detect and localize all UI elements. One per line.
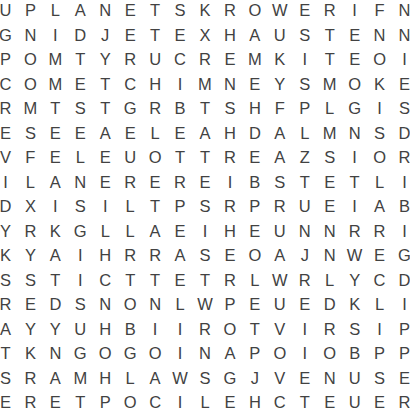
grid-cell[interactable]: D [68, 23, 93, 48]
grid-cell[interactable]: E [217, 47, 242, 72]
grid-cell[interactable]: S [68, 96, 93, 121]
grid-cell[interactable]: L [18, 170, 43, 195]
grid-cell[interactable]: M [68, 366, 93, 391]
grid-cell[interactable]: W [267, 0, 292, 23]
grid-cell[interactable]: K [367, 72, 392, 97]
grid-cell[interactable]: I [392, 47, 410, 72]
grid-cell[interactable]: O [217, 317, 242, 342]
grid-cell[interactable]: T [93, 96, 118, 121]
grid-cell[interactable]: E [68, 121, 93, 146]
grid-cell[interactable]: C [93, 268, 118, 293]
grid-cell[interactable]: S [68, 292, 93, 317]
grid-cell[interactable]: L [118, 366, 143, 391]
grid-cell[interactable]: E [242, 72, 267, 97]
grid-cell[interactable]: E [292, 292, 317, 317]
grid-cell[interactable]: A [68, 0, 93, 23]
grid-cell[interactable]: E [118, 0, 143, 23]
grid-cell[interactable]: U [267, 292, 292, 317]
grid-cell[interactable]: A [217, 341, 242, 366]
grid-cell[interactable]: T [68, 390, 93, 411]
grid-cell[interactable]: M [317, 72, 342, 97]
grid-cell[interactable]: S [267, 170, 292, 195]
grid-cell[interactable]: E [217, 390, 242, 411]
grid-cell[interactable]: C [367, 268, 392, 293]
grid-cell[interactable]: O [342, 72, 367, 97]
grid-cell[interactable]: A [267, 243, 292, 268]
grid-cell[interactable]: U [267, 219, 292, 244]
grid-cell[interactable]: E [118, 23, 143, 48]
grid-cell[interactable]: L [317, 268, 342, 293]
grid-cell[interactable]: N [342, 121, 367, 146]
grid-cell[interactable]: R [342, 219, 367, 244]
grid-cell[interactable]: B [392, 194, 410, 219]
grid-cell[interactable]: T [68, 47, 93, 72]
grid-cell[interactable]: B [118, 317, 143, 342]
grid-cell[interactable]: T [242, 317, 267, 342]
grid-cell[interactable]: X [18, 194, 43, 219]
grid-cell[interactable]: N [93, 292, 118, 317]
grid-cell[interactable]: T [143, 23, 168, 48]
grid-cell[interactable]: H [217, 23, 242, 48]
grid-cell[interactable]: E [93, 145, 118, 170]
grid-cell[interactable]: C [118, 72, 143, 97]
grid-cell[interactable]: N [392, 23, 410, 48]
grid-cell[interactable]: L [43, 0, 68, 23]
grid-cell[interactable]: W [342, 243, 367, 268]
grid-cell[interactable]: I [392, 170, 410, 195]
grid-cell[interactable]: C [168, 47, 193, 72]
grid-cell[interactable]: R [118, 170, 143, 195]
grid-cell[interactable]: K [18, 341, 43, 366]
grid-cell[interactable]: J [242, 366, 267, 391]
grid-cell[interactable]: I [168, 317, 193, 342]
grid-cell[interactable]: C [143, 390, 168, 411]
grid-cell[interactable]: V [267, 366, 292, 391]
grid-cell[interactable]: G [68, 219, 93, 244]
grid-cell[interactable]: E [0, 121, 18, 146]
grid-cell[interactable]: U [342, 390, 367, 411]
grid-cell[interactable]: G [342, 96, 367, 121]
grid-cell[interactable]: P [392, 317, 410, 342]
grid-cell[interactable]: E [18, 292, 43, 317]
grid-cell[interactable]: T [193, 268, 218, 293]
grid-cell[interactable]: D [0, 194, 18, 219]
grid-cell[interactable]: S [292, 72, 317, 97]
grid-cell[interactable]: H [93, 366, 118, 391]
grid-cell[interactable]: O [143, 341, 168, 366]
grid-cell[interactable]: L [367, 170, 392, 195]
grid-cell[interactable]: A [193, 121, 218, 146]
grid-cell[interactable]: L [118, 194, 143, 219]
grid-cell[interactable]: N [367, 23, 392, 48]
grid-cell[interactable]: U [292, 194, 317, 219]
grid-cell[interactable]: N [18, 23, 43, 48]
grid-cell[interactable]: E [43, 121, 68, 146]
grid-cell[interactable]: O [93, 341, 118, 366]
grid-cell[interactable]: H [242, 390, 267, 411]
grid-cell[interactable]: N [392, 0, 410, 23]
grid-cell[interactable]: X [193, 23, 218, 48]
grid-cell[interactable]: L [292, 121, 317, 146]
grid-cell[interactable]: T [118, 268, 143, 293]
grid-cell[interactable]: L [118, 219, 143, 244]
grid-cell[interactable]: R [317, 317, 342, 342]
grid-cell[interactable]: O [242, 243, 267, 268]
grid-cell[interactable]: S [193, 366, 218, 391]
grid-cell[interactable]: L [68, 145, 93, 170]
grid-cell[interactable]: E [342, 23, 367, 48]
grid-cell[interactable]: O [143, 145, 168, 170]
grid-cell[interactable]: N [317, 219, 342, 244]
grid-cell[interactable]: Y [267, 72, 292, 97]
grid-cell[interactable]: E [43, 145, 68, 170]
grid-cell[interactable]: K [0, 243, 18, 268]
grid-cell[interactable]: T [317, 47, 342, 72]
grid-cell[interactable]: P [242, 194, 267, 219]
grid-cell[interactable]: M [43, 47, 68, 72]
grid-cell[interactable]: O [118, 390, 143, 411]
grid-cell[interactable]: O [367, 47, 392, 72]
grid-cell[interactable]: L [367, 292, 392, 317]
grid-cell[interactable]: E [242, 145, 267, 170]
grid-cell[interactable]: A [93, 121, 118, 146]
grid-cell[interactable]: S [342, 317, 367, 342]
grid-cell[interactable]: A [242, 23, 267, 48]
grid-cell[interactable]: U [267, 23, 292, 48]
grid-cell[interactable]: E [143, 170, 168, 195]
grid-cell[interactable]: E [292, 366, 317, 391]
grid-cell[interactable]: E [193, 170, 218, 195]
grid-cell[interactable]: R [392, 390, 410, 411]
grid-cell[interactable]: N [317, 366, 342, 391]
grid-cell[interactable]: U [118, 145, 143, 170]
grid-cell[interactable]: E [43, 390, 68, 411]
grid-cell[interactable]: P [392, 341, 410, 366]
grid-cell[interactable]: E [168, 23, 193, 48]
grid-cell[interactable]: R [217, 145, 242, 170]
grid-cell[interactable]: R [292, 268, 317, 293]
grid-cell[interactable]: K [193, 0, 218, 23]
grid-cell[interactable]: R [18, 219, 43, 244]
grid-cell[interactable]: N [93, 0, 118, 23]
grid-cell[interactable]: T [292, 170, 317, 195]
grid-cell[interactable]: L [242, 268, 267, 293]
grid-cell[interactable]: G [392, 243, 410, 268]
grid-cell[interactable]: O [367, 145, 392, 170]
grid-cell[interactable]: H [242, 96, 267, 121]
grid-cell[interactable]: D [392, 121, 410, 146]
grid-cell[interactable]: W [193, 292, 218, 317]
grid-cell[interactable]: H [93, 317, 118, 342]
grid-cell[interactable]: D [392, 268, 410, 293]
grid-cell[interactable]: I [168, 72, 193, 97]
grid-cell[interactable]: R [143, 243, 168, 268]
grid-cell[interactable]: I [367, 317, 392, 342]
grid-cell[interactable]: B [342, 341, 367, 366]
grid-cell[interactable]: S [168, 0, 193, 23]
grid-cell[interactable]: T [143, 0, 168, 23]
grid-cell[interactable]: T [43, 96, 68, 121]
grid-cell[interactable]: R [217, 268, 242, 293]
grid-cell[interactable]: P [168, 194, 193, 219]
grid-cell[interactable]: T [317, 23, 342, 48]
grid-cell[interactable]: R [367, 219, 392, 244]
grid-cell[interactable]: F [367, 0, 392, 23]
grid-cell[interactable]: E [242, 219, 267, 244]
grid-cell[interactable]: I [93, 194, 118, 219]
grid-cell[interactable]: K [267, 47, 292, 72]
grid-cell[interactable]: S [367, 121, 392, 146]
grid-cell[interactable]: N [43, 341, 68, 366]
grid-cell[interactable]: S [0, 366, 18, 391]
grid-cell[interactable]: I [193, 219, 218, 244]
grid-cell[interactable]: I [43, 194, 68, 219]
grid-cell[interactable]: E [68, 72, 93, 97]
grid-cell[interactable]: R [317, 0, 342, 23]
grid-cell[interactable]: I [392, 292, 410, 317]
grid-cell[interactable]: Y [18, 317, 43, 342]
grid-cell[interactable]: Y [93, 47, 118, 72]
grid-cell[interactable]: S [0, 268, 18, 293]
grid-cell[interactable]: E [317, 194, 342, 219]
grid-cell[interactable]: I [342, 145, 367, 170]
grid-cell[interactable]: O [18, 47, 43, 72]
grid-cell[interactable]: R [143, 96, 168, 121]
grid-cell[interactable]: F [18, 145, 43, 170]
grid-cell[interactable]: S [193, 194, 218, 219]
grid-cell[interactable]: I [143, 317, 168, 342]
grid-cell[interactable]: P [217, 292, 242, 317]
grid-cell[interactable]: L [143, 121, 168, 146]
grid-cell[interactable]: K [43, 219, 68, 244]
grid-cell[interactable]: C [267, 390, 292, 411]
grid-cell[interactable]: G [217, 366, 242, 391]
grid-cell[interactable]: E [118, 121, 143, 146]
grid-cell[interactable]: Y [342, 268, 367, 293]
grid-cell[interactable]: B [168, 96, 193, 121]
grid-cell[interactable]: E [168, 219, 193, 244]
grid-cell[interactable]: I [68, 268, 93, 293]
grid-cell[interactable]: O [18, 72, 43, 97]
grid-cell[interactable]: I [68, 243, 93, 268]
grid-cell[interactable]: E [317, 390, 342, 411]
grid-cell[interactable]: A [43, 243, 68, 268]
grid-cell[interactable]: S [68, 194, 93, 219]
grid-cell[interactable]: E [168, 268, 193, 293]
grid-cell[interactable]: E [342, 47, 367, 72]
grid-cell[interactable]: C [0, 72, 18, 97]
grid-cell[interactable]: R [18, 366, 43, 391]
grid-cell[interactable]: D [242, 121, 267, 146]
grid-cell[interactable]: P [292, 96, 317, 121]
grid-cell[interactable]: T [0, 341, 18, 366]
grid-cell[interactable]: J [93, 23, 118, 48]
grid-cell[interactable]: E [0, 390, 18, 411]
grid-cell[interactable]: A [267, 145, 292, 170]
grid-cell[interactable]: E [93, 170, 118, 195]
grid-cell[interactable]: H [217, 219, 242, 244]
grid-cell[interactable]: G [0, 23, 18, 48]
grid-cell[interactable]: M [193, 72, 218, 97]
grid-cell[interactable]: P [0, 47, 18, 72]
grid-cell[interactable]: H [143, 72, 168, 97]
grid-cell[interactable]: H [93, 243, 118, 268]
grid-cell[interactable]: E [292, 0, 317, 23]
grid-cell[interactable]: Y [43, 317, 68, 342]
grid-cell[interactable]: U [342, 366, 367, 391]
grid-cell[interactable]: N [292, 219, 317, 244]
grid-cell[interactable]: E [242, 292, 267, 317]
grid-cell[interactable]: D [317, 292, 342, 317]
grid-cell[interactable]: W [267, 268, 292, 293]
grid-cell[interactable]: O [118, 292, 143, 317]
grid-cell[interactable]: U [0, 0, 18, 23]
grid-cell[interactable]: S [317, 145, 342, 170]
grid-cell[interactable]: R [267, 194, 292, 219]
grid-cell[interactable]: N [317, 243, 342, 268]
grid-cell[interactable]: R [193, 47, 218, 72]
grid-cell[interactable]: S [18, 121, 43, 146]
grid-cell[interactable]: E [317, 170, 342, 195]
grid-cell[interactable]: E [392, 72, 410, 97]
grid-cell[interactable]: M [43, 72, 68, 97]
grid-cell[interactable]: K [342, 292, 367, 317]
grid-cell[interactable]: M [18, 96, 43, 121]
grid-cell[interactable]: Y [0, 219, 18, 244]
grid-cell[interactable]: R [118, 47, 143, 72]
grid-cell[interactable]: E [168, 121, 193, 146]
grid-cell[interactable]: I [292, 341, 317, 366]
grid-cell[interactable]: N [193, 341, 218, 366]
grid-cell[interactable]: L [193, 390, 218, 411]
grid-cell[interactable]: I [168, 341, 193, 366]
grid-cell[interactable]: P [18, 0, 43, 23]
grid-cell[interactable]: S [217, 96, 242, 121]
grid-cell[interactable]: R [392, 145, 410, 170]
grid-cell[interactable]: B [242, 170, 267, 195]
grid-cell[interactable]: R [118, 243, 143, 268]
grid-cell[interactable]: R [217, 0, 242, 23]
grid-cell[interactable]: I [0, 170, 18, 195]
grid-cell[interactable]: L [93, 219, 118, 244]
grid-cell[interactable]: E [392, 366, 410, 391]
grid-cell[interactable]: P [93, 390, 118, 411]
grid-cell[interactable]: A [43, 170, 68, 195]
grid-cell[interactable]: E [217, 243, 242, 268]
grid-cell[interactable]: M [242, 47, 267, 72]
grid-cell[interactable]: A [143, 366, 168, 391]
grid-cell[interactable]: F [267, 96, 292, 121]
grid-cell[interactable]: T [93, 72, 118, 97]
grid-cell[interactable]: S [292, 23, 317, 48]
grid-cell[interactable]: T [143, 194, 168, 219]
grid-cell[interactable]: I [168, 390, 193, 411]
grid-cell[interactable]: L [168, 292, 193, 317]
grid-cell[interactable]: O [267, 341, 292, 366]
grid-cell[interactable]: N [68, 170, 93, 195]
grid-cell[interactable]: U [68, 317, 93, 342]
grid-cell[interactable]: J [292, 243, 317, 268]
grid-cell[interactable]: S [392, 96, 410, 121]
grid-cell[interactable]: P [242, 341, 267, 366]
grid-cell[interactable]: A [143, 219, 168, 244]
grid-cell[interactable]: I [292, 47, 317, 72]
grid-cell[interactable]: W [168, 366, 193, 391]
grid-cell[interactable]: V [0, 145, 18, 170]
grid-cell[interactable]: T [193, 145, 218, 170]
grid-cell[interactable]: I [292, 317, 317, 342]
grid-cell[interactable]: I [392, 219, 410, 244]
grid-cell[interactable]: G [68, 341, 93, 366]
grid-cell[interactable]: O [317, 341, 342, 366]
grid-cell[interactable]: T [143, 268, 168, 293]
grid-cell[interactable]: N [217, 72, 242, 97]
grid-cell[interactable]: R [0, 292, 18, 317]
grid-cell[interactable]: I [342, 194, 367, 219]
grid-cell[interactable]: R [18, 390, 43, 411]
grid-cell[interactable]: E [367, 243, 392, 268]
grid-cell[interactable]: A [168, 243, 193, 268]
grid-cell[interactable]: I [367, 96, 392, 121]
grid-cell[interactable]: A [367, 194, 392, 219]
grid-cell[interactable]: I [43, 23, 68, 48]
grid-cell[interactable]: G [118, 96, 143, 121]
grid-cell[interactable]: U [143, 47, 168, 72]
grid-cell[interactable]: H [217, 121, 242, 146]
grid-cell[interactable]: V [267, 317, 292, 342]
grid-cell[interactable]: T [342, 170, 367, 195]
grid-cell[interactable]: I [342, 0, 367, 23]
word-search-puzzle: UPLANETSKROWERIFNGNIDJETEXHAUSTENNPOMTYR… [0, 0, 410, 411]
grid-cell[interactable]: A [0, 317, 18, 342]
grid-cell[interactable]: A [267, 121, 292, 146]
word-search-grid: UPLANETSKROWERIFNGNIDJETEXHAUSTENNPOMTYR… [0, 0, 410, 411]
grid-cell[interactable]: S [367, 366, 392, 391]
grid-cell[interactable]: R [168, 170, 193, 195]
grid-cell[interactable]: A [43, 366, 68, 391]
grid-cell[interactable]: O [242, 0, 267, 23]
grid-cell[interactable]: T [193, 96, 218, 121]
grid-cell[interactable]: R [193, 317, 218, 342]
grid-cell[interactable]: G [118, 341, 143, 366]
grid-cell[interactable]: S [193, 243, 218, 268]
grid-cell[interactable]: T [292, 390, 317, 411]
grid-cell[interactable]: D [43, 292, 68, 317]
grid-cell[interactable]: Z [292, 145, 317, 170]
grid-cell[interactable]: L [317, 96, 342, 121]
grid-cell[interactable]: M [317, 121, 342, 146]
grid-cell[interactable]: R [0, 96, 18, 121]
grid-cell[interactable]: I [217, 170, 242, 195]
grid-cell[interactable]: T [168, 145, 193, 170]
grid-cell[interactable]: R [217, 194, 242, 219]
grid-cell[interactable]: E [367, 390, 392, 411]
grid-cell[interactable]: N [143, 292, 168, 317]
grid-cell[interactable]: P [367, 341, 392, 366]
grid-cell[interactable]: Y [18, 243, 43, 268]
grid-cell[interactable]: S [18, 268, 43, 293]
grid-cell[interactable]: T [43, 268, 68, 293]
